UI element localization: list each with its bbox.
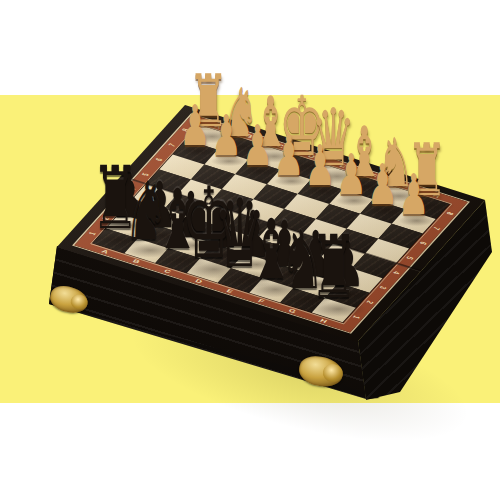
product-photo-chess-set: AABBCCDDEEFFGGHH1122334455667788 ♜♞♟♝♟♚♟… (0, 0, 500, 500)
